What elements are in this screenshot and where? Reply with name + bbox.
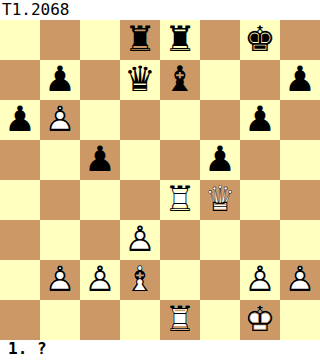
- square-d5[interactable]: [120, 140, 160, 180]
- white-piece-outline: ♙: [280, 260, 320, 300]
- square-e3[interactable]: [160, 220, 200, 260]
- square-c3[interactable]: [80, 220, 120, 260]
- piece-black-rook[interactable]: ♜: [120, 20, 160, 60]
- square-f5[interactable]: ♟: [200, 140, 240, 180]
- square-b6[interactable]: ♟♙: [40, 100, 80, 140]
- piece-black-bishop[interactable]: ♝: [160, 60, 200, 100]
- square-c5[interactable]: ♟: [80, 140, 120, 180]
- square-c1[interactable]: [80, 300, 120, 340]
- square-b7[interactable]: ♟: [40, 60, 80, 100]
- square-b4[interactable]: [40, 180, 80, 220]
- square-g1[interactable]: ♚♔: [240, 300, 280, 340]
- black-piece-glyph: ♜: [120, 20, 160, 60]
- square-f1[interactable]: [200, 300, 240, 340]
- black-piece-glyph: ♟: [40, 60, 80, 100]
- square-g8[interactable]: ♚: [240, 20, 280, 60]
- square-f6[interactable]: [200, 100, 240, 140]
- square-c4[interactable]: [80, 180, 120, 220]
- piece-black-pawn[interactable]: ♟: [80, 140, 120, 180]
- square-b8[interactable]: [40, 20, 80, 60]
- piece-black-king[interactable]: ♚: [240, 20, 280, 60]
- piece-white-pawn[interactable]: ♟♙: [240, 260, 280, 300]
- chess-puzzle-page: T1.2068 ♜♜♚♟♛♝♟♟♟♙♟♟♟♜♖♛♕♟♙♟♙♟♙♝♗♟♙♟♙♜♖♚…: [0, 0, 320, 360]
- square-d7[interactable]: ♛: [120, 60, 160, 100]
- piece-white-pawn[interactable]: ♟♙: [280, 260, 320, 300]
- piece-black-rook[interactable]: ♜: [160, 20, 200, 60]
- piece-black-pawn[interactable]: ♟: [40, 60, 80, 100]
- square-h4[interactable]: [280, 180, 320, 220]
- piece-white-queen[interactable]: ♛♕: [200, 180, 240, 220]
- white-piece-outline: ♙: [120, 220, 160, 260]
- chess-board: ♜♜♚♟♛♝♟♟♟♙♟♟♟♜♖♛♕♟♙♟♙♟♙♝♗♟♙♟♙♜♖♚♔: [0, 20, 320, 340]
- square-b3[interactable]: [40, 220, 80, 260]
- square-e7[interactable]: ♝: [160, 60, 200, 100]
- square-g5[interactable]: [240, 140, 280, 180]
- square-g4[interactable]: [240, 180, 280, 220]
- square-a5[interactable]: [0, 140, 40, 180]
- piece-black-queen[interactable]: ♛: [120, 60, 160, 100]
- square-b5[interactable]: [40, 140, 80, 180]
- black-piece-glyph: ♚: [240, 20, 280, 60]
- square-e8[interactable]: ♜: [160, 20, 200, 60]
- square-a6[interactable]: ♟: [0, 100, 40, 140]
- square-d4[interactable]: [120, 180, 160, 220]
- square-h7[interactable]: ♟: [280, 60, 320, 100]
- piece-white-rook[interactable]: ♜♖: [160, 180, 200, 220]
- black-piece-glyph: ♟: [280, 60, 320, 100]
- black-piece-glyph: ♝: [160, 60, 200, 100]
- square-c7[interactable]: [80, 60, 120, 100]
- square-g2[interactable]: ♟♙: [240, 260, 280, 300]
- black-piece-glyph: ♜: [160, 20, 200, 60]
- square-d1[interactable]: [120, 300, 160, 340]
- piece-black-pawn[interactable]: ♟: [280, 60, 320, 100]
- square-e6[interactable]: [160, 100, 200, 140]
- piece-black-pawn[interactable]: ♟: [240, 100, 280, 140]
- square-b1[interactable]: [40, 300, 80, 340]
- white-piece-outline: ♙: [40, 100, 80, 140]
- square-f2[interactable]: [200, 260, 240, 300]
- square-g6[interactable]: ♟: [240, 100, 280, 140]
- square-h6[interactable]: [280, 100, 320, 140]
- square-e2[interactable]: [160, 260, 200, 300]
- square-a4[interactable]: [0, 180, 40, 220]
- piece-black-pawn[interactable]: ♟: [200, 140, 240, 180]
- square-c2[interactable]: ♟♙: [80, 260, 120, 300]
- square-h2[interactable]: ♟♙: [280, 260, 320, 300]
- square-a3[interactable]: [0, 220, 40, 260]
- square-d6[interactable]: [120, 100, 160, 140]
- square-c6[interactable]: [80, 100, 120, 140]
- square-h1[interactable]: [280, 300, 320, 340]
- square-g3[interactable]: [240, 220, 280, 260]
- square-e4[interactable]: ♜♖: [160, 180, 200, 220]
- square-f3[interactable]: [200, 220, 240, 260]
- white-piece-outline: ♖: [160, 180, 200, 220]
- square-g7[interactable]: [240, 60, 280, 100]
- white-piece-outline: ♖: [160, 300, 200, 340]
- piece-white-pawn[interactable]: ♟♙: [120, 220, 160, 260]
- square-a2[interactable]: [0, 260, 40, 300]
- square-b2[interactable]: ♟♙: [40, 260, 80, 300]
- white-piece-outline: ♔: [240, 300, 280, 340]
- square-f4[interactable]: ♛♕: [200, 180, 240, 220]
- square-f8[interactable]: [200, 20, 240, 60]
- white-piece-outline: ♙: [80, 260, 120, 300]
- square-e5[interactable]: [160, 140, 200, 180]
- square-d8[interactable]: ♜: [120, 20, 160, 60]
- black-piece-glyph: ♟: [200, 140, 240, 180]
- black-piece-glyph: ♟: [0, 100, 40, 140]
- piece-white-pawn[interactable]: ♟♙: [80, 260, 120, 300]
- piece-white-pawn[interactable]: ♟♙: [40, 100, 80, 140]
- white-piece-outline: ♙: [40, 260, 80, 300]
- square-a8[interactable]: [0, 20, 40, 60]
- piece-white-bishop[interactable]: ♝♗: [120, 260, 160, 300]
- white-piece-outline: ♙: [240, 260, 280, 300]
- square-h8[interactable]: [280, 20, 320, 60]
- move-prompt: 1. ?: [0, 340, 320, 360]
- black-piece-glyph: ♟: [80, 140, 120, 180]
- piece-white-rook[interactable]: ♜♖: [160, 300, 200, 340]
- square-a1[interactable]: [0, 300, 40, 340]
- square-h3[interactable]: [280, 220, 320, 260]
- square-a7[interactable]: [0, 60, 40, 100]
- square-e1[interactable]: ♜♖: [160, 300, 200, 340]
- piece-black-pawn[interactable]: ♟: [0, 100, 40, 140]
- square-c8[interactable]: [80, 20, 120, 60]
- puzzle-title: T1.2068: [0, 0, 320, 20]
- piece-white-pawn[interactable]: ♟♙: [40, 260, 80, 300]
- black-piece-glyph: ♟: [240, 100, 280, 140]
- square-h5[interactable]: [280, 140, 320, 180]
- black-piece-glyph: ♛: [120, 60, 160, 100]
- square-d3[interactable]: ♟♙: [120, 220, 160, 260]
- white-piece-outline: ♕: [200, 180, 240, 220]
- piece-white-king[interactable]: ♚♔: [240, 300, 280, 340]
- square-f7[interactable]: [200, 60, 240, 100]
- white-piece-outline: ♗: [120, 260, 160, 300]
- square-d2[interactable]: ♝♗: [120, 260, 160, 300]
